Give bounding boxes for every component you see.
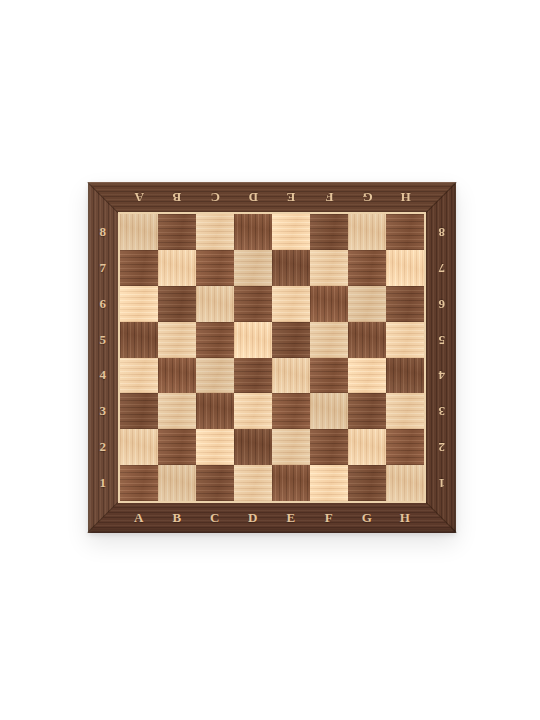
square-c2 xyxy=(196,429,234,465)
square-h8 xyxy=(386,214,424,250)
chessboard: ABCDEFGH ABCDEFGH 87654321 87654321 xyxy=(88,182,456,533)
square-h4 xyxy=(386,358,424,394)
square-c4 xyxy=(196,358,234,394)
playing-field xyxy=(118,212,426,503)
square-c8 xyxy=(196,214,234,250)
square-h5 xyxy=(386,322,424,358)
square-f5 xyxy=(310,322,348,358)
square-d5 xyxy=(234,322,272,358)
square-f2 xyxy=(310,429,348,465)
square-g6 xyxy=(348,286,386,322)
square-a5 xyxy=(120,322,158,358)
square-f8 xyxy=(310,214,348,250)
square-a4 xyxy=(120,358,158,394)
board-frame-bottom xyxy=(88,503,456,533)
square-d8 xyxy=(234,214,272,250)
square-c6 xyxy=(196,286,234,322)
square-d2 xyxy=(234,429,272,465)
square-g4 xyxy=(348,358,386,394)
board-frame-right xyxy=(426,182,456,533)
square-e7 xyxy=(272,250,310,286)
square-e2 xyxy=(272,429,310,465)
square-b5 xyxy=(158,322,196,358)
square-a7 xyxy=(120,250,158,286)
square-a8 xyxy=(120,214,158,250)
square-h7 xyxy=(386,250,424,286)
square-f6 xyxy=(310,286,348,322)
square-b6 xyxy=(158,286,196,322)
square-c1 xyxy=(196,465,234,501)
square-g1 xyxy=(348,465,386,501)
square-e8 xyxy=(272,214,310,250)
square-f7 xyxy=(310,250,348,286)
square-c5 xyxy=(196,322,234,358)
square-g8 xyxy=(348,214,386,250)
square-g2 xyxy=(348,429,386,465)
square-b3 xyxy=(158,393,196,429)
square-a1 xyxy=(120,465,158,501)
square-b1 xyxy=(158,465,196,501)
board-frame-top xyxy=(88,182,456,212)
square-e3 xyxy=(272,393,310,429)
square-g3 xyxy=(348,393,386,429)
square-e4 xyxy=(272,358,310,394)
square-e6 xyxy=(272,286,310,322)
square-e1 xyxy=(272,465,310,501)
square-a3 xyxy=(120,393,158,429)
square-f4 xyxy=(310,358,348,394)
square-d1 xyxy=(234,465,272,501)
square-g5 xyxy=(348,322,386,358)
square-d4 xyxy=(234,358,272,394)
square-f3 xyxy=(310,393,348,429)
square-h1 xyxy=(386,465,424,501)
product-photo-background: ABCDEFGH ABCDEFGH 87654321 87654321 xyxy=(0,0,540,720)
square-b8 xyxy=(158,214,196,250)
square-d6 xyxy=(234,286,272,322)
square-h6 xyxy=(386,286,424,322)
board-grid xyxy=(120,214,424,501)
square-h3 xyxy=(386,393,424,429)
square-c7 xyxy=(196,250,234,286)
square-a6 xyxy=(120,286,158,322)
square-f1 xyxy=(310,465,348,501)
square-b4 xyxy=(158,358,196,394)
square-b7 xyxy=(158,250,196,286)
square-b2 xyxy=(158,429,196,465)
square-h2 xyxy=(386,429,424,465)
square-a2 xyxy=(120,429,158,465)
square-g7 xyxy=(348,250,386,286)
board-frame-left xyxy=(88,182,118,533)
square-e5 xyxy=(272,322,310,358)
square-d3 xyxy=(234,393,272,429)
square-c3 xyxy=(196,393,234,429)
square-d7 xyxy=(234,250,272,286)
